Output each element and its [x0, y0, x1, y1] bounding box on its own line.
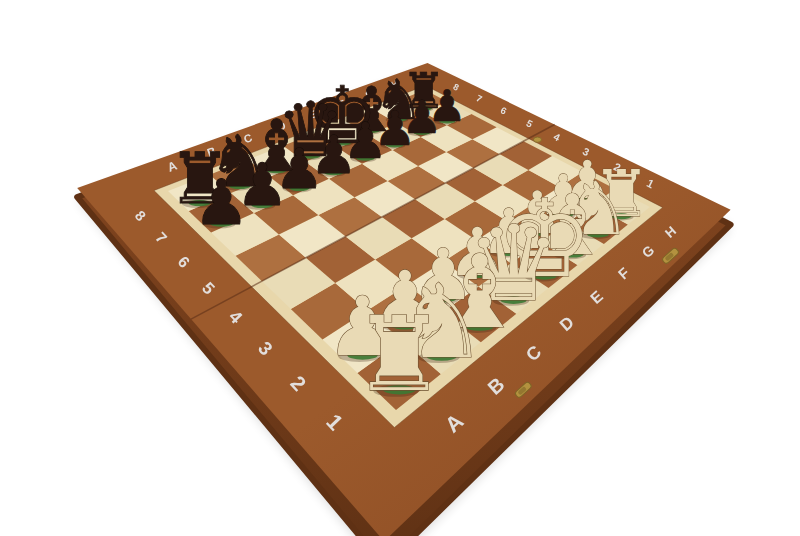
- piece-black-pawn-a7: ♟: [194, 166, 250, 239]
- piece-glyph: ♜: [353, 294, 445, 414]
- chess-set-photo: AABBCCDDEEFFGGHH1122334455667788♜♞♟♝♟♚♟♛…: [0, 0, 800, 536]
- piece-glyph: ♟: [194, 166, 250, 239]
- product-photo-stage: AABBCCDDEEFFGGHH1122334455667788♜♞♟♝♟♚♟♛…: [0, 0, 800, 536]
- hinge-pin-icon: [533, 137, 541, 142]
- piece-white-rook-a1: ♜: [353, 294, 445, 414]
